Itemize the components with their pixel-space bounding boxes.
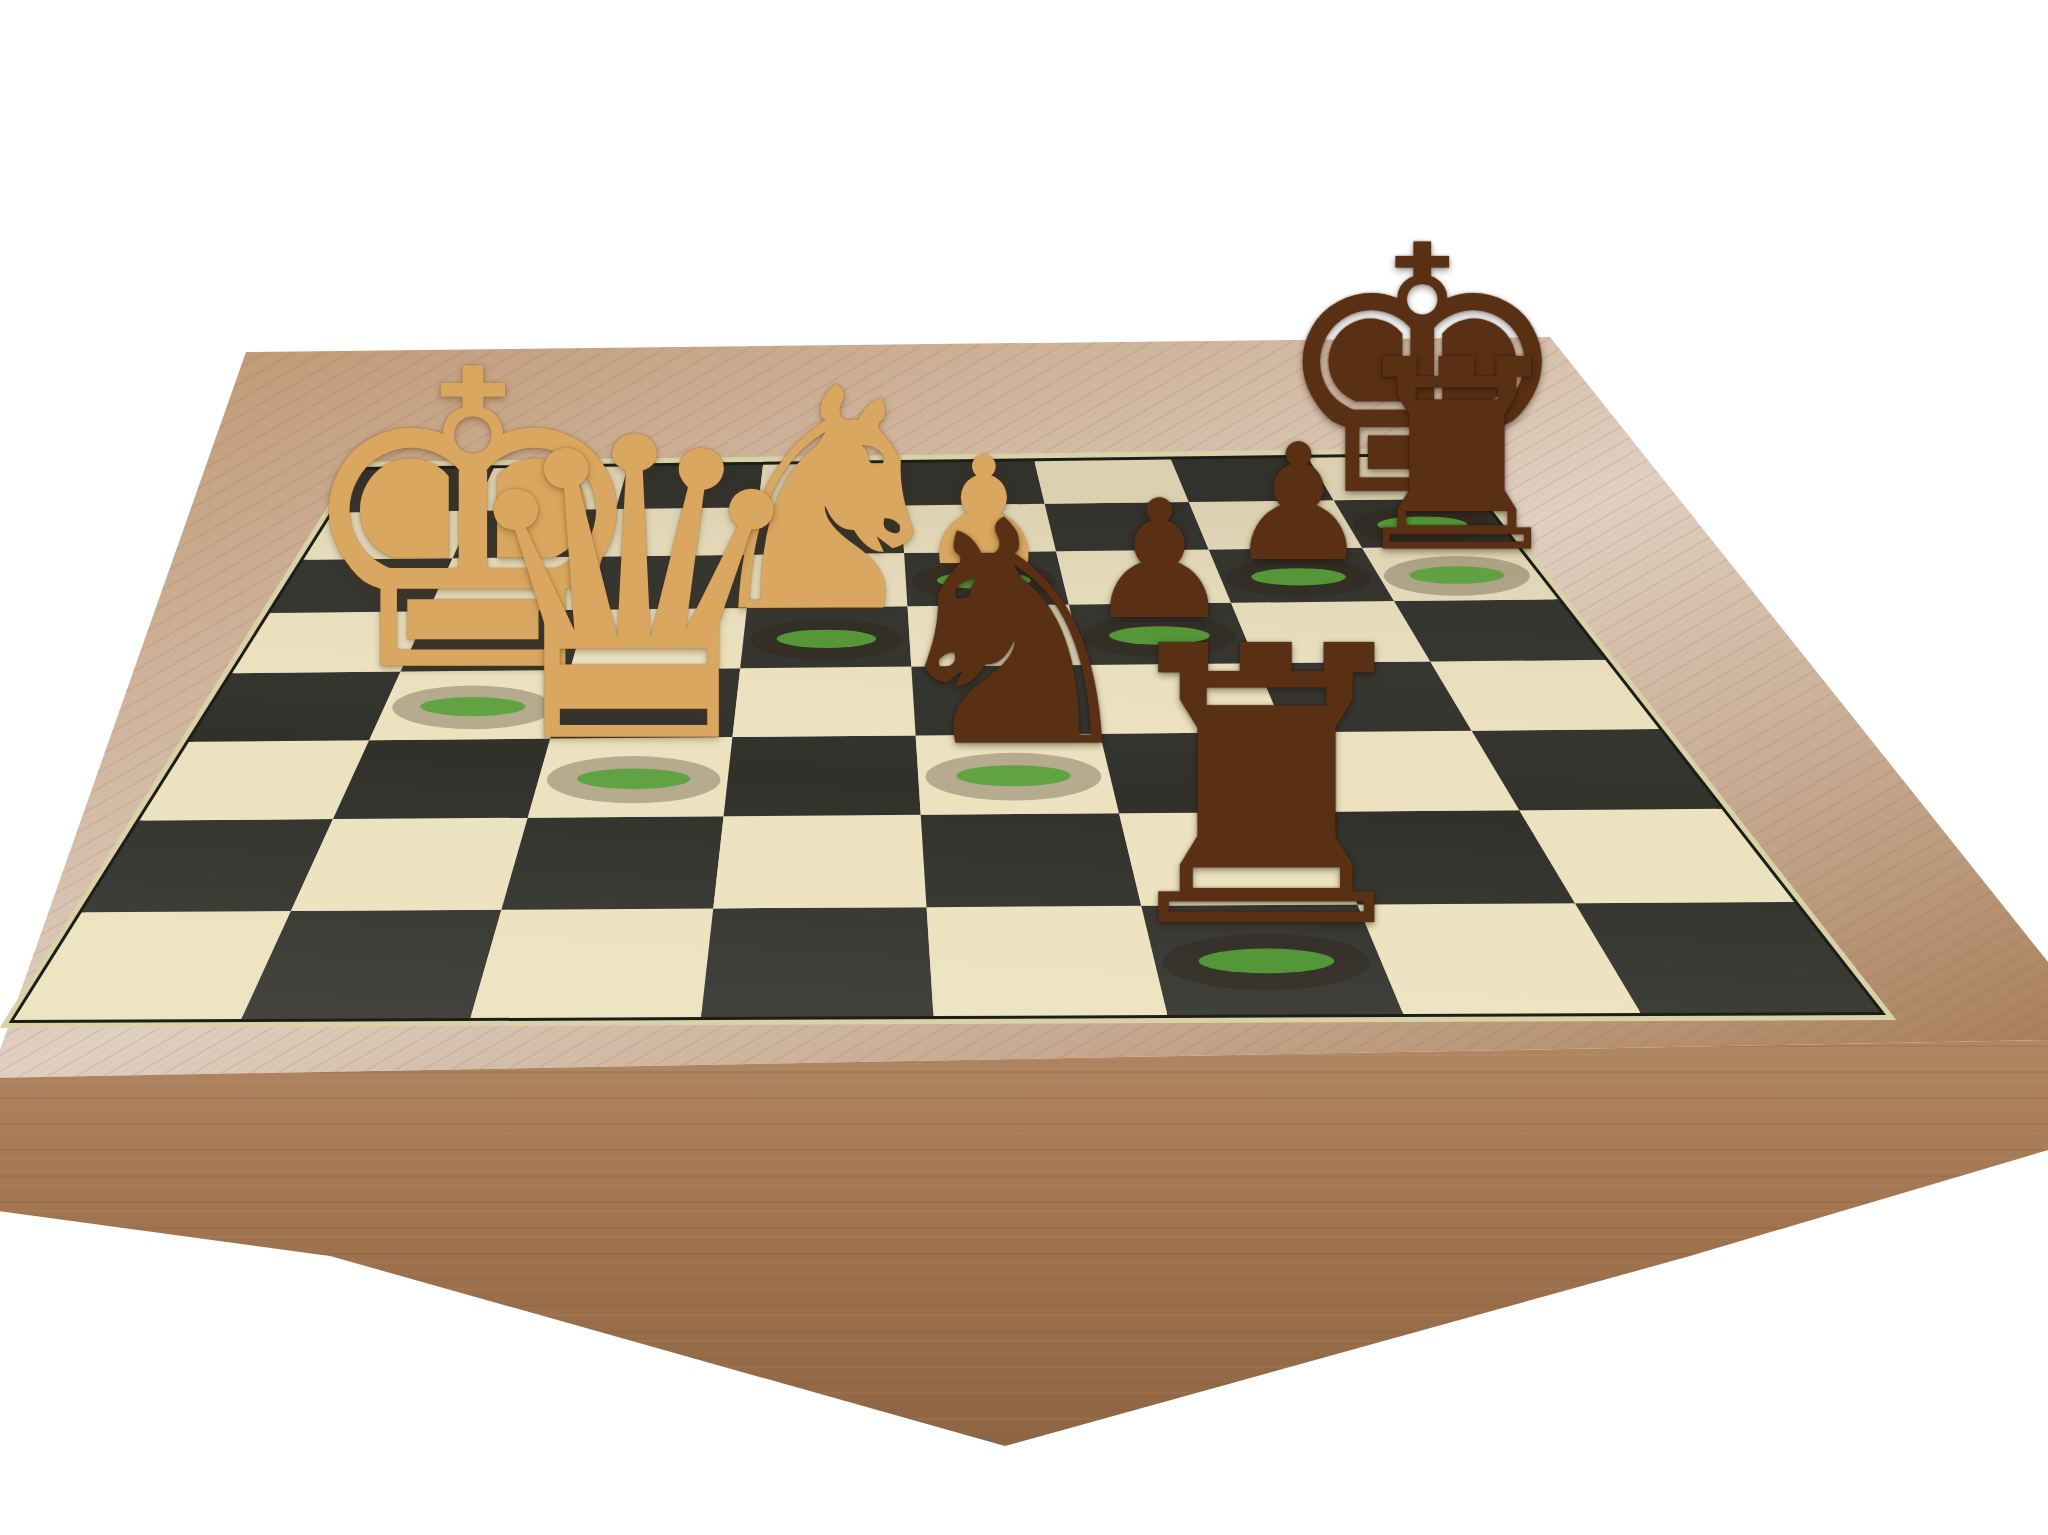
white-queen[interactable]: ♛ xyxy=(447,386,819,801)
chess-photo-stage: ♚♛♞♟♞♟♟♚♜♜ xyxy=(0,0,2048,1535)
square-a5[interactable] xyxy=(701,907,933,1017)
square-a6[interactable] xyxy=(470,908,713,1018)
black-pawn-f2[interactable]: ♟ xyxy=(1226,423,1371,584)
black-rook-f1[interactable]: ♜ xyxy=(1339,325,1575,589)
frame-front-grain xyxy=(0,1040,2048,1446)
black-rook-a3[interactable]: ♜ xyxy=(1095,597,1439,980)
